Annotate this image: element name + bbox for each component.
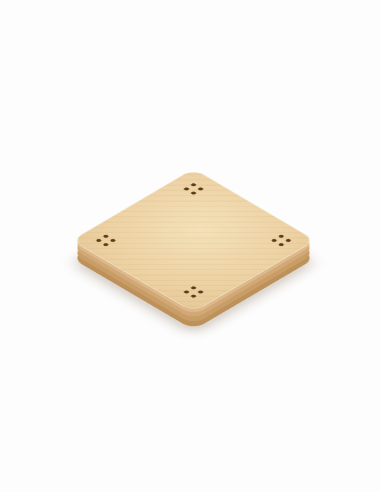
peg-hole: [278, 243, 285, 247]
home-holes-corner-1: [179, 180, 209, 197]
home-holes-corner-4: [179, 283, 209, 300]
peg-hole: [198, 290, 205, 294]
peg-hole: [190, 286, 197, 290]
ludo-board: [71, 169, 316, 313]
peg-hole: [183, 187, 190, 191]
peg-hole: [102, 234, 109, 238]
peg-hole: [190, 191, 197, 195]
peg-hole: [95, 238, 102, 242]
home-holes-corner-2: [266, 232, 296, 249]
peg-hole: [278, 234, 285, 238]
peg-hole: [183, 290, 190, 294]
peg-hole: [190, 294, 197, 298]
peg-hole: [102, 243, 109, 247]
home-holes-corner-3: [91, 232, 121, 249]
peg-hole: [285, 238, 292, 242]
product-photo-scene: [0, 0, 381, 492]
peg-hole: [110, 238, 117, 242]
peg-hole: [190, 183, 197, 187]
peg-hole: [198, 187, 205, 191]
peg-hole: [270, 238, 277, 242]
